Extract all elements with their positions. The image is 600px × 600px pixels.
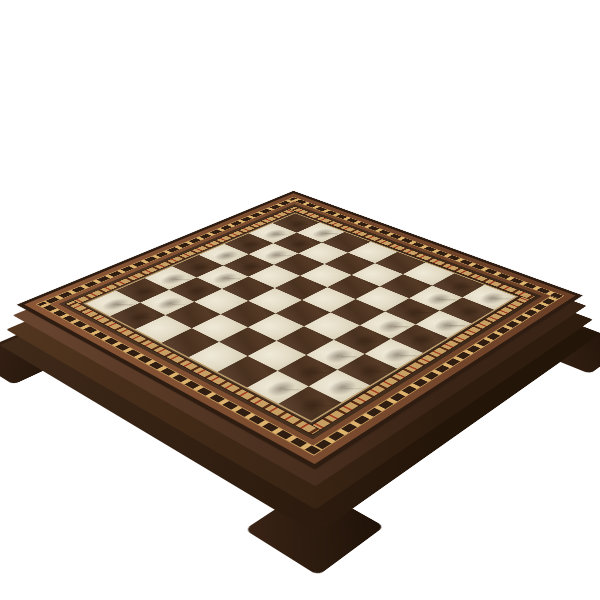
piece-glyph: ♟ [122,278,163,323]
photo-scene: ♜♞♝♛♚♝♞♜♟♟♟♟♟♟♟♟♟♟♟♟♟♟♟♟♜♞♝♛♚♝♞♜ [0,0,600,600]
chess-board: ♜♞♝♛♚♝♞♜♟♟♟♟♟♟♟♟♟♟♟♟♟♟♟♟♜♞♝♛♚♝♞♜ [17,191,582,470]
piece-glyph: ♜ [290,355,343,414]
board-top-face: ♜♞♝♛♚♝♞♜♟♟♟♟♟♟♟♟♟♟♟♟♟♟♟♟♜♞♝♛♚♝♞♜ [17,191,582,470]
